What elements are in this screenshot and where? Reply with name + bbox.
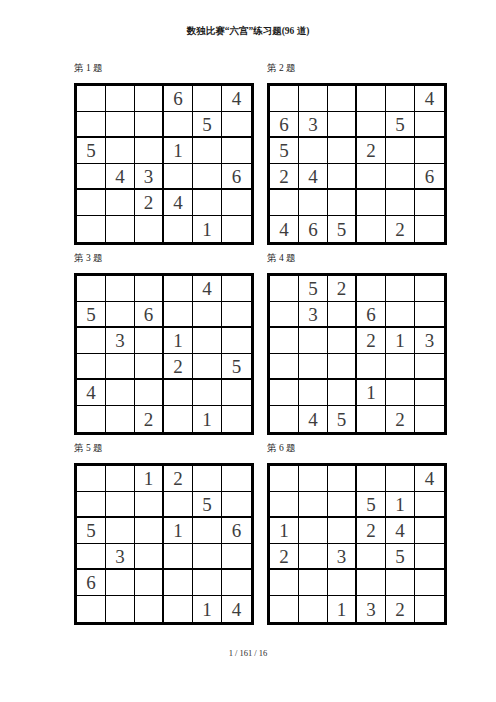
sudoku-cell [106, 518, 135, 544]
sudoku-cell: 2 [164, 466, 193, 492]
sudoku-cell [164, 380, 193, 406]
sudoku-cell [415, 138, 444, 164]
sudoku-cell: 5 [77, 518, 106, 544]
sudoku-cell [386, 354, 415, 380]
sudoku-cell [164, 544, 193, 570]
puzzle-6-board: 451124235132 [267, 463, 447, 625]
sudoku-cell [164, 596, 193, 622]
sudoku-cell [299, 190, 328, 216]
puzzle-5-label: 第 5 题 [74, 442, 254, 455]
sudoku-cell [135, 112, 164, 138]
sudoku-cell: 5 [222, 354, 251, 380]
sudoku-cell [106, 492, 135, 518]
sudoku-cell [77, 190, 106, 216]
sudoku-cell [415, 380, 444, 406]
page-number: 1 / 161 / 16 [0, 648, 496, 658]
sudoku-cell [357, 354, 386, 380]
sudoku-cell [77, 86, 106, 112]
sudoku-cell [135, 276, 164, 302]
sudoku-cell: 2 [386, 406, 415, 432]
sudoku-cell [77, 164, 106, 190]
sudoku-cell [164, 406, 193, 432]
sudoku-cell [328, 112, 357, 138]
sudoku-cell: 1 [164, 138, 193, 164]
sudoku-cell [299, 492, 328, 518]
sudoku-cell: 4 [164, 190, 193, 216]
puzzle-3-board: 4563125421 [74, 273, 254, 435]
sudoku-cell: 5 [77, 302, 106, 328]
sudoku-cell: 4 [193, 276, 222, 302]
sudoku-cell: 5 [77, 138, 106, 164]
sudoku-cell [222, 328, 251, 354]
sudoku-cell [357, 466, 386, 492]
sudoku-cell [299, 518, 328, 544]
sudoku-cell [106, 570, 135, 596]
sudoku-cell [328, 190, 357, 216]
sudoku-cell: 2 [357, 518, 386, 544]
sudoku-cell: 4 [415, 86, 444, 112]
sudoku-cell [299, 86, 328, 112]
sudoku-cell [386, 466, 415, 492]
sudoku-cell: 4 [415, 466, 444, 492]
sudoku-cell [164, 302, 193, 328]
sudoku-cell: 5 [328, 216, 357, 242]
sudoku-cell: 2 [135, 406, 164, 432]
sudoku-cell [106, 190, 135, 216]
sudoku-cell [386, 164, 415, 190]
sudoku-cell: 3 [415, 328, 444, 354]
sudoku-cell [106, 86, 135, 112]
puzzle-3: 第 3 题 4563125421 [74, 252, 254, 435]
sudoku-cell [299, 354, 328, 380]
sudoku-cell [299, 466, 328, 492]
sudoku-cell [299, 380, 328, 406]
puzzle-4: 第 4 题 52362131452 [267, 252, 447, 435]
sudoku-cell: 2 [270, 544, 299, 570]
sudoku-cell [415, 190, 444, 216]
sudoku-cell [106, 302, 135, 328]
puzzle-2-label: 第 2 题 [267, 62, 447, 75]
sudoku-cell [135, 138, 164, 164]
sudoku-cell [222, 466, 251, 492]
sudoku-cell [386, 276, 415, 302]
sudoku-cell: 3 [299, 302, 328, 328]
sudoku-cell: 4 [270, 216, 299, 242]
sudoku-cell [270, 190, 299, 216]
sudoku-cell: 5 [386, 544, 415, 570]
sudoku-cell [415, 596, 444, 622]
sudoku-cell [193, 570, 222, 596]
sudoku-cell [328, 570, 357, 596]
sudoku-cell [164, 570, 193, 596]
sudoku-cell [77, 492, 106, 518]
puzzle-4-board: 52362131452 [267, 273, 447, 435]
puzzle-6-label: 第 6 题 [267, 442, 447, 455]
sudoku-cell: 1 [164, 518, 193, 544]
sudoku-cell [328, 302, 357, 328]
sudoku-cell [193, 466, 222, 492]
sudoku-cell [77, 276, 106, 302]
sudoku-cell [270, 570, 299, 596]
sudoku-cell [357, 216, 386, 242]
sudoku-cell: 1 [164, 328, 193, 354]
sudoku-cell [222, 380, 251, 406]
sudoku-cell [135, 570, 164, 596]
sudoku-cell [386, 570, 415, 596]
sudoku-cell [193, 518, 222, 544]
sudoku-cell [77, 216, 106, 242]
sudoku-cell [193, 138, 222, 164]
sudoku-cell [106, 406, 135, 432]
sudoku-cell: 6 [270, 112, 299, 138]
sudoku-cell [135, 596, 164, 622]
sudoku-cell: 4 [77, 380, 106, 406]
sudoku-cell: 2 [135, 190, 164, 216]
sudoku-cell [415, 492, 444, 518]
sudoku-cell: 3 [328, 544, 357, 570]
puzzle-1: 第 1 题 64551436241 [74, 62, 254, 245]
sudoku-cell: 1 [270, 518, 299, 544]
sudoku-cell [415, 570, 444, 596]
sudoku-cell [77, 112, 106, 138]
sudoku-cell: 6 [77, 570, 106, 596]
sudoku-cell [222, 112, 251, 138]
sudoku-cell: 5 [193, 112, 222, 138]
sudoku-cell: 6 [222, 518, 251, 544]
sudoku-cell [164, 216, 193, 242]
sudoku-cell [77, 466, 106, 492]
sudoku-cell: 2 [357, 328, 386, 354]
sudoku-cell: 3 [299, 112, 328, 138]
sudoku-cell [106, 380, 135, 406]
sudoku-cell [386, 138, 415, 164]
sudoku-cell [135, 86, 164, 112]
sudoku-cell [193, 164, 222, 190]
sudoku-cell [415, 544, 444, 570]
puzzle-5-board: 1255163614 [74, 463, 254, 625]
sudoku-cell [328, 164, 357, 190]
puzzle-6: 第 6 题 451124235132 [267, 442, 447, 625]
sudoku-cell: 5 [357, 492, 386, 518]
puzzle-2: 第 2 题 4635522464652 [267, 62, 447, 245]
sudoku-cell [193, 354, 222, 380]
sudoku-cell: 4 [222, 86, 251, 112]
sudoku-cell [270, 302, 299, 328]
puzzle-1-label: 第 1 题 [74, 62, 254, 75]
sudoku-cell [135, 492, 164, 518]
sudoku-cell [270, 328, 299, 354]
sudoku-cell: 2 [164, 354, 193, 380]
sudoku-cell [386, 190, 415, 216]
sudoku-cell: 5 [386, 112, 415, 138]
sudoku-cell [106, 216, 135, 242]
sudoku-cell [222, 544, 251, 570]
puzzle-2-board: 4635522464652 [267, 83, 447, 245]
sudoku-cell [164, 492, 193, 518]
sudoku-cell [193, 544, 222, 570]
sudoku-cell [357, 276, 386, 302]
sudoku-cell [106, 112, 135, 138]
sudoku-cell [415, 518, 444, 544]
sudoku-cell: 6 [164, 86, 193, 112]
sudoku-cell [106, 354, 135, 380]
sudoku-cell [328, 328, 357, 354]
sudoku-cell: 2 [386, 216, 415, 242]
sudoku-cell [135, 380, 164, 406]
sudoku-cell: 6 [222, 164, 251, 190]
sudoku-cell [77, 406, 106, 432]
sudoku-cell: 5 [270, 138, 299, 164]
puzzle-5: 第 5 题 1255163614 [74, 442, 254, 625]
sudoku-cell [270, 276, 299, 302]
sudoku-cell: 3 [357, 596, 386, 622]
sudoku-cell [106, 596, 135, 622]
sudoku-cell: 2 [357, 138, 386, 164]
puzzle-4-label: 第 4 题 [267, 252, 447, 265]
puzzle-3-label: 第 3 题 [74, 252, 254, 265]
sudoku-cell: 1 [357, 380, 386, 406]
sudoku-cell [77, 354, 106, 380]
sudoku-cell [270, 492, 299, 518]
sudoku-cell [328, 380, 357, 406]
sudoku-cell [357, 190, 386, 216]
sudoku-cell [299, 544, 328, 570]
sudoku-cell [164, 112, 193, 138]
sudoku-cell [222, 138, 251, 164]
sudoku-cell [193, 328, 222, 354]
sudoku-cell [106, 466, 135, 492]
sudoku-cell [357, 112, 386, 138]
sudoku-cell: 4 [222, 596, 251, 622]
sudoku-cell: 6 [299, 216, 328, 242]
sudoku-cell [299, 570, 328, 596]
sudoku-cell: 5 [299, 276, 328, 302]
sudoku-cell [357, 164, 386, 190]
sudoku-cell [222, 492, 251, 518]
sudoku-cell [77, 544, 106, 570]
sudoku-cell: 3 [106, 328, 135, 354]
sudoku-cell: 5 [328, 406, 357, 432]
sudoku-cell: 6 [415, 164, 444, 190]
sudoku-cell [328, 518, 357, 544]
sudoku-cell [415, 112, 444, 138]
sudoku-cell: 1 [193, 216, 222, 242]
sudoku-cell [357, 86, 386, 112]
sudoku-cell: 4 [106, 164, 135, 190]
sudoku-cell [328, 86, 357, 112]
sudoku-cell [357, 570, 386, 596]
sudoku-cell [357, 406, 386, 432]
sudoku-cell: 2 [328, 276, 357, 302]
sudoku-cell [270, 86, 299, 112]
sudoku-cell [164, 164, 193, 190]
sudoku-cell [357, 544, 386, 570]
sudoku-cell [270, 380, 299, 406]
sudoku-cell [328, 354, 357, 380]
sudoku-cell [270, 466, 299, 492]
sudoku-cell: 2 [270, 164, 299, 190]
sudoku-cell [415, 276, 444, 302]
puzzle-1-board: 64551436241 [74, 83, 254, 245]
sudoku-cell [299, 138, 328, 164]
sudoku-cell: 1 [386, 492, 415, 518]
sudoku-cell [222, 190, 251, 216]
sudoku-cell [386, 86, 415, 112]
sudoku-cell [135, 216, 164, 242]
sudoku-cell [386, 380, 415, 406]
sudoku-cell [222, 570, 251, 596]
sudoku-cell [135, 354, 164, 380]
sudoku-cell [328, 492, 357, 518]
sudoku-cell [415, 354, 444, 380]
sudoku-cell [193, 302, 222, 328]
sudoku-cell [135, 328, 164, 354]
sudoku-cell: 6 [357, 302, 386, 328]
document-page: 数独比赛“六宫”练习题(96 道) 第 1 题 64551436241 第 2 … [0, 0, 496, 702]
page-title: 数独比赛“六宫”练习题(96 道) [0, 25, 496, 38]
sudoku-cell [222, 216, 251, 242]
sudoku-cell [222, 302, 251, 328]
sudoku-cell [415, 406, 444, 432]
sudoku-cell: 3 [106, 544, 135, 570]
sudoku-cell: 5 [193, 492, 222, 518]
sudoku-cell [415, 302, 444, 328]
sudoku-cell: 1 [135, 466, 164, 492]
sudoku-cell [193, 86, 222, 112]
sudoku-cell [135, 518, 164, 544]
sudoku-cell: 4 [299, 406, 328, 432]
sudoku-cell [106, 276, 135, 302]
sudoku-cell: 1 [193, 406, 222, 432]
sudoku-cell [299, 328, 328, 354]
sudoku-cell [270, 596, 299, 622]
sudoku-cell [270, 354, 299, 380]
sudoku-cell [193, 190, 222, 216]
sudoku-cell [135, 544, 164, 570]
sudoku-cell [299, 596, 328, 622]
sudoku-cell [222, 276, 251, 302]
sudoku-cell [270, 406, 299, 432]
sudoku-cell: 4 [299, 164, 328, 190]
sudoku-cell [193, 380, 222, 406]
sudoku-cell [164, 276, 193, 302]
sudoku-cell [386, 302, 415, 328]
sudoku-cell [328, 138, 357, 164]
sudoku-cell [415, 216, 444, 242]
sudoku-cell: 3 [135, 164, 164, 190]
sudoku-cell: 2 [386, 596, 415, 622]
sudoku-cell: 4 [386, 518, 415, 544]
sudoku-cell [328, 466, 357, 492]
sudoku-cell [77, 328, 106, 354]
sudoku-cell [222, 406, 251, 432]
sudoku-cell [106, 138, 135, 164]
sudoku-cell: 1 [193, 596, 222, 622]
sudoku-cell: 1 [328, 596, 357, 622]
sudoku-cell [77, 596, 106, 622]
sudoku-cell: 6 [135, 302, 164, 328]
sudoku-cell: 1 [386, 328, 415, 354]
